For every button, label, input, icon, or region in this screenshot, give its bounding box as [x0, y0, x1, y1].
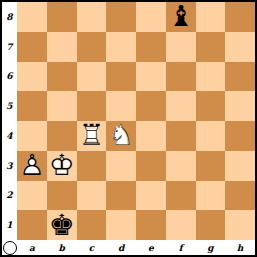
square-c8[interactable] [77, 2, 107, 32]
square-c4[interactable]: ♜♖ [77, 121, 107, 151]
square-g5[interactable] [196, 91, 226, 121]
square-f7[interactable] [166, 32, 196, 62]
square-b8[interactable] [47, 2, 77, 32]
square-h5[interactable] [225, 91, 255, 121]
square-b6[interactable] [47, 62, 77, 92]
rank-label-8: 8 [2, 2, 17, 32]
square-b7[interactable] [47, 32, 77, 62]
white-king: ♔ [47, 151, 77, 181]
square-d7[interactable] [106, 32, 136, 62]
white-rook: ♖ [77, 121, 107, 151]
square-h1[interactable] [225, 210, 255, 240]
white-pawn-fill: ♟ [17, 151, 47, 181]
rank-label-6: 6 [2, 62, 17, 92]
square-c6[interactable] [77, 62, 107, 92]
file-label-b: b [47, 240, 77, 255]
square-h3[interactable] [225, 151, 255, 181]
black-bishop: ♝ [166, 2, 196, 32]
square-a8[interactable] [17, 2, 47, 32]
file-label-h: h [225, 240, 255, 255]
white-to-move-circle-icon [3, 241, 17, 255]
square-b1[interactable]: ♚ [47, 210, 77, 240]
square-g6[interactable] [196, 62, 226, 92]
square-g8[interactable] [196, 2, 226, 32]
rank-label-5: 5 [2, 91, 17, 121]
square-e5[interactable] [136, 91, 166, 121]
square-b5[interactable] [47, 91, 77, 121]
square-b3[interactable]: ♚♔ [47, 151, 77, 181]
file-label-e: e [136, 240, 166, 255]
square-a1[interactable] [17, 210, 47, 240]
square-h7[interactable] [225, 32, 255, 62]
square-c3[interactable] [77, 151, 107, 181]
square-b4[interactable] [47, 121, 77, 151]
square-e2[interactable] [136, 181, 166, 211]
white-knight: ♘ [106, 121, 136, 151]
square-c1[interactable] [77, 210, 107, 240]
square-c2[interactable] [77, 181, 107, 211]
file-label-g: g [196, 240, 226, 255]
square-c5[interactable] [77, 91, 107, 121]
square-f8[interactable]: ♝ [166, 2, 196, 32]
rank-label-4: 4 [2, 121, 17, 151]
black-king: ♚ [47, 210, 77, 240]
square-c7[interactable] [77, 32, 107, 62]
square-a7[interactable] [17, 32, 47, 62]
square-g4[interactable] [196, 121, 226, 151]
square-e7[interactable] [136, 32, 166, 62]
square-f6[interactable] [166, 62, 196, 92]
square-b2[interactable] [47, 181, 77, 211]
turn-indicator-white-to-move [2, 240, 17, 255]
white-king-fill: ♚ [47, 151, 77, 181]
square-f1[interactable] [166, 210, 196, 240]
square-h2[interactable] [225, 181, 255, 211]
square-f5[interactable] [166, 91, 196, 121]
square-e6[interactable] [136, 62, 166, 92]
square-g3[interactable] [196, 151, 226, 181]
square-a4[interactable] [17, 121, 47, 151]
square-h8[interactable] [225, 2, 255, 32]
square-f4[interactable] [166, 121, 196, 151]
square-e4[interactable] [136, 121, 166, 151]
square-a3[interactable]: ♟♙ [17, 151, 47, 181]
square-a6[interactable] [17, 62, 47, 92]
square-e8[interactable] [136, 2, 166, 32]
square-d5[interactable] [106, 91, 136, 121]
square-g1[interactable] [196, 210, 226, 240]
square-d1[interactable] [106, 210, 136, 240]
square-f2[interactable] [166, 181, 196, 211]
square-e1[interactable] [136, 210, 166, 240]
file-label-a: a [17, 240, 47, 255]
square-g7[interactable] [196, 32, 226, 62]
white-knight-fill: ♞ [106, 121, 136, 151]
square-g2[interactable] [196, 181, 226, 211]
square-d6[interactable] [106, 62, 136, 92]
square-a5[interactable] [17, 91, 47, 121]
square-a2[interactable] [17, 181, 47, 211]
square-f3[interactable] [166, 151, 196, 181]
file-label-f: f [166, 240, 196, 255]
square-d3[interactable] [106, 151, 136, 181]
chess-board-diagram: 8♝7654♜♖♞♘3♟♙♚♔21♚abcdefgh [0, 0, 257, 257]
file-label-c: c [77, 240, 107, 255]
white-pawn: ♙ [17, 151, 47, 181]
rank-label-2: 2 [2, 181, 17, 211]
rank-label-3: 3 [2, 151, 17, 181]
square-d8[interactable] [106, 2, 136, 32]
rank-label-1: 1 [2, 210, 17, 240]
white-rook-fill: ♜ [77, 121, 107, 151]
square-h4[interactable] [225, 121, 255, 151]
square-h6[interactable] [225, 62, 255, 92]
rank-label-7: 7 [2, 32, 17, 62]
file-label-d: d [106, 240, 136, 255]
square-d4[interactable]: ♞♘ [106, 121, 136, 151]
square-e3[interactable] [136, 151, 166, 181]
square-d2[interactable] [106, 181, 136, 211]
